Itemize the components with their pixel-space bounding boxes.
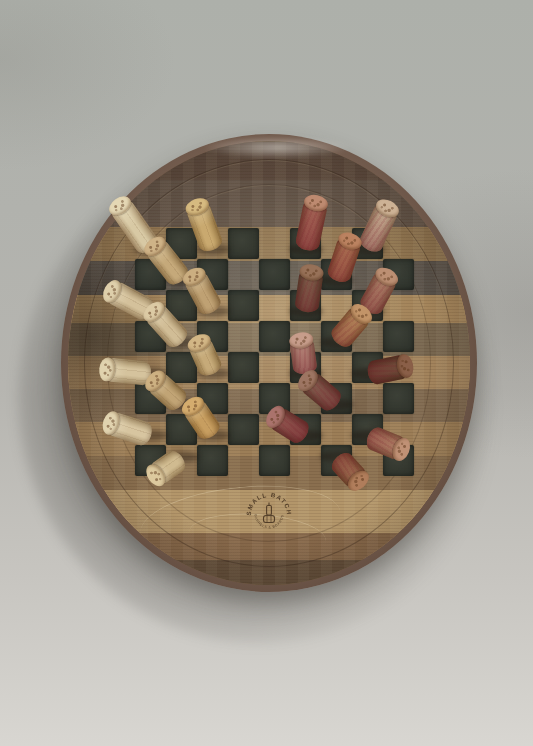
bottle-and-barrel-icon <box>264 503 275 523</box>
stamp-bottom-text: BARRELS & BOARDS <box>253 514 284 530</box>
svg-text:BARRELS & BOARDS: BARRELS & BOARDS <box>253 514 284 530</box>
maker-stamp: SMALL BATCH BARRELS & BOARDS <box>244 489 294 539</box>
cork-pieces-layer <box>0 0 533 746</box>
